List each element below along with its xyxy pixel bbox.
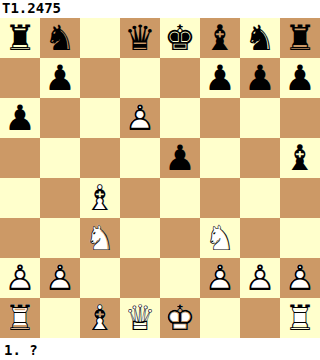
piece-black-rook[interactable]: ♜ [0,18,40,58]
square-g1[interactable] [240,298,280,338]
square-b4[interactable] [40,178,80,218]
piece-black-knight[interactable]: ♞ [40,18,80,58]
square-e1[interactable]: ♚♔ [160,298,200,338]
piece-outline: ♘ [80,218,120,258]
square-c2[interactable] [80,258,120,298]
square-h3[interactable] [280,218,320,258]
square-g6[interactable] [240,98,280,138]
square-g2[interactable]: ♟♙ [240,258,280,298]
square-h1[interactable]: ♜♖ [280,298,320,338]
piece-black-rook[interactable]: ♜ [280,18,320,58]
square-b3[interactable] [40,218,80,258]
square-a6[interactable]: ♟ [0,98,40,138]
piece-outline: ♙ [240,258,280,298]
piece-glyph: ♞ [40,18,80,58]
square-e2[interactable] [160,258,200,298]
piece-white-pawn[interactable]: ♟♙ [240,258,280,298]
piece-black-pawn[interactable]: ♟ [240,58,280,98]
piece-white-knight[interactable]: ♞♘ [80,218,120,258]
piece-outline: ♗ [80,178,120,218]
square-a7[interactable] [0,58,40,98]
piece-glyph: ♛ [120,18,160,58]
square-b2[interactable]: ♟♙ [40,258,80,298]
square-h2[interactable]: ♟♙ [280,258,320,298]
chess-board: ♜♞♛♚♝♞♜♟♟♟♟♟♟♙♟♝♝♗♞♘♞♘♟♙♟♙♟♙♟♙♟♙♜♖♝♗♛♕♚♔… [0,18,320,338]
piece-glyph: ♞ [240,18,280,58]
piece-black-pawn[interactable]: ♟ [280,58,320,98]
square-g7[interactable]: ♟ [240,58,280,98]
square-e8[interactable]: ♚ [160,18,200,58]
square-a8[interactable]: ♜ [0,18,40,58]
piece-glyph: ♟ [160,138,200,178]
piece-outline: ♙ [200,258,240,298]
square-h6[interactable] [280,98,320,138]
piece-white-rook[interactable]: ♜♖ [0,298,40,338]
square-c8[interactable] [80,18,120,58]
square-e6[interactable] [160,98,200,138]
puzzle-title: T1.2475 [0,0,320,18]
square-g8[interactable]: ♞ [240,18,280,58]
piece-white-pawn[interactable]: ♟♙ [40,258,80,298]
piece-black-bishop[interactable]: ♝ [200,18,240,58]
square-b6[interactable] [40,98,80,138]
square-h7[interactable]: ♟ [280,58,320,98]
piece-outline: ♘ [200,218,240,258]
piece-glyph: ♜ [280,18,320,58]
square-g3[interactable] [240,218,280,258]
piece-white-queen[interactable]: ♛♕ [120,298,160,338]
square-d6[interactable]: ♟♙ [120,98,160,138]
square-h5[interactable]: ♝ [280,138,320,178]
square-c7[interactable] [80,58,120,98]
piece-black-bishop[interactable]: ♝ [280,138,320,178]
square-b7[interactable]: ♟ [40,58,80,98]
piece-outline: ♕ [120,298,160,338]
square-e7[interactable] [160,58,200,98]
square-g4[interactable] [240,178,280,218]
square-c1[interactable]: ♝♗ [80,298,120,338]
square-c4[interactable]: ♝♗ [80,178,120,218]
square-f8[interactable]: ♝ [200,18,240,58]
piece-white-bishop[interactable]: ♝♗ [80,298,120,338]
square-c6[interactable] [80,98,120,138]
piece-white-pawn[interactable]: ♟♙ [200,258,240,298]
square-d2[interactable] [120,258,160,298]
move-prompt: 1. ? [0,338,320,360]
square-a2[interactable]: ♟♙ [0,258,40,298]
piece-glyph: ♝ [200,18,240,58]
piece-white-pawn[interactable]: ♟♙ [120,98,160,138]
piece-white-pawn[interactable]: ♟♙ [280,258,320,298]
piece-outline: ♖ [280,298,320,338]
piece-glyph: ♟ [280,58,320,98]
piece-glyph: ♟ [0,98,40,138]
piece-glyph: ♜ [0,18,40,58]
piece-outline: ♙ [0,258,40,298]
square-d7[interactable] [120,58,160,98]
square-a5[interactable] [0,138,40,178]
square-g5[interactable] [240,138,280,178]
piece-white-king[interactable]: ♚♔ [160,298,200,338]
square-d4[interactable] [120,178,160,218]
piece-outline: ♖ [0,298,40,338]
piece-black-pawn[interactable]: ♟ [200,58,240,98]
square-f1[interactable] [200,298,240,338]
square-f4[interactable] [200,178,240,218]
square-e4[interactable] [160,178,200,218]
piece-black-pawn[interactable]: ♟ [40,58,80,98]
piece-outline: ♙ [120,98,160,138]
piece-black-pawn[interactable]: ♟ [0,98,40,138]
piece-outline: ♗ [80,298,120,338]
piece-white-rook[interactable]: ♜♖ [280,298,320,338]
square-a4[interactable] [0,178,40,218]
piece-white-knight[interactable]: ♞♘ [200,218,240,258]
square-b5[interactable] [40,138,80,178]
square-a1[interactable]: ♜♖ [0,298,40,338]
square-d8[interactable]: ♛ [120,18,160,58]
piece-outline: ♔ [160,298,200,338]
piece-glyph: ♚ [160,18,200,58]
square-f7[interactable]: ♟ [200,58,240,98]
piece-black-king[interactable]: ♚ [160,18,200,58]
square-c5[interactable] [80,138,120,178]
square-h4[interactable] [280,178,320,218]
piece-black-pawn[interactable]: ♟ [160,138,200,178]
square-d5[interactable] [120,138,160,178]
square-f2[interactable]: ♟♙ [200,258,240,298]
square-d1[interactable]: ♛♕ [120,298,160,338]
piece-glyph: ♟ [240,58,280,98]
piece-black-queen[interactable]: ♛ [120,18,160,58]
square-h8[interactable]: ♜ [280,18,320,58]
piece-glyph: ♝ [280,138,320,178]
square-f3[interactable]: ♞♘ [200,218,240,258]
piece-white-pawn[interactable]: ♟♙ [0,258,40,298]
square-d3[interactable] [120,218,160,258]
square-a3[interactable] [0,218,40,258]
square-b1[interactable] [40,298,80,338]
piece-outline: ♙ [40,258,80,298]
square-c3[interactable]: ♞♘ [80,218,120,258]
square-b8[interactable]: ♞ [40,18,80,58]
square-f5[interactable] [200,138,240,178]
square-e5[interactable]: ♟ [160,138,200,178]
square-e3[interactable] [160,218,200,258]
piece-white-bishop[interactable]: ♝♗ [80,178,120,218]
piece-outline: ♙ [280,258,320,298]
piece-glyph: ♟ [40,58,80,98]
square-f6[interactable] [200,98,240,138]
piece-black-knight[interactable]: ♞ [240,18,280,58]
piece-glyph: ♟ [200,58,240,98]
